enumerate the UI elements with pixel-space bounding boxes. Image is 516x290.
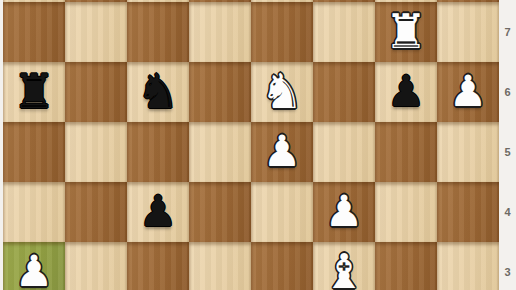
rank-label-7: 7 xyxy=(499,26,516,38)
square-h4[interactable] xyxy=(437,182,499,242)
square-e4[interactable] xyxy=(251,182,313,242)
square-e6[interactable]: ♞ xyxy=(251,62,313,122)
square-g4[interactable] xyxy=(375,182,437,242)
square-c4[interactable]: ♟ xyxy=(127,182,189,242)
square-d5[interactable] xyxy=(189,122,251,182)
square-b3[interactable] xyxy=(65,242,127,290)
square-b4[interactable] xyxy=(65,182,127,242)
square-b7[interactable] xyxy=(65,2,127,62)
square-g7[interactable]: ♜ xyxy=(375,2,437,62)
white-knight[interactable]: ♞ xyxy=(260,67,303,115)
square-a3[interactable]: ♟ xyxy=(3,242,65,290)
white-pawn[interactable]: ♟ xyxy=(325,190,364,233)
square-d7[interactable] xyxy=(189,2,251,62)
square-c3[interactable] xyxy=(127,242,189,290)
square-b6[interactable] xyxy=(65,62,127,122)
square-h7[interactable] xyxy=(437,2,499,62)
square-g5[interactable] xyxy=(375,122,437,182)
black-rook[interactable]: ♜ xyxy=(12,67,55,115)
square-h5[interactable] xyxy=(437,122,499,182)
chess-board-screenshot: ♜♜♞♞♟♟♟♟♟♟♝ 76543 xyxy=(0,0,516,290)
square-g3[interactable] xyxy=(375,242,437,290)
rank-label-6: 6 xyxy=(499,86,516,98)
square-e5[interactable]: ♟ xyxy=(251,122,313,182)
white-pawn[interactable]: ♟ xyxy=(263,130,302,173)
white-bishop[interactable]: ♝ xyxy=(322,247,365,290)
black-pawn[interactable]: ♟ xyxy=(139,190,178,233)
square-b5[interactable] xyxy=(65,122,127,182)
square-f5[interactable] xyxy=(313,122,375,182)
square-c6[interactable]: ♞ xyxy=(127,62,189,122)
square-a4[interactable] xyxy=(3,182,65,242)
square-c5[interactable] xyxy=(127,122,189,182)
square-h6[interactable]: ♟ xyxy=(437,62,499,122)
square-h3[interactable] xyxy=(437,242,499,290)
black-pawn[interactable]: ♟ xyxy=(387,70,426,113)
white-pawn[interactable]: ♟ xyxy=(15,250,54,290)
white-rook[interactable]: ♜ xyxy=(384,7,427,55)
square-e3[interactable] xyxy=(251,242,313,290)
rank-label-4: 4 xyxy=(499,206,516,218)
square-d4[interactable] xyxy=(189,182,251,242)
square-f3[interactable]: ♝ xyxy=(313,242,375,290)
square-a5[interactable] xyxy=(3,122,65,182)
square-f6[interactable] xyxy=(313,62,375,122)
square-a6[interactable]: ♜ xyxy=(3,62,65,122)
square-a7[interactable] xyxy=(3,2,65,62)
chess-board[interactable]: ♜♜♞♞♟♟♟♟♟♟♝ xyxy=(3,0,499,290)
rank-label-3: 3 xyxy=(499,266,516,278)
square-c7[interactable] xyxy=(127,2,189,62)
square-f7[interactable] xyxy=(313,2,375,62)
square-f4[interactable]: ♟ xyxy=(313,182,375,242)
black-knight[interactable]: ♞ xyxy=(136,67,179,115)
square-e7[interactable] xyxy=(251,2,313,62)
rank-coordinate-gutter: 76543 xyxy=(499,0,516,290)
square-g6[interactable]: ♟ xyxy=(375,62,437,122)
square-d6[interactable] xyxy=(189,62,251,122)
rank-label-5: 5 xyxy=(499,146,516,158)
square-d3[interactable] xyxy=(189,242,251,290)
left-gutter xyxy=(0,0,3,290)
white-pawn[interactable]: ♟ xyxy=(449,70,488,113)
